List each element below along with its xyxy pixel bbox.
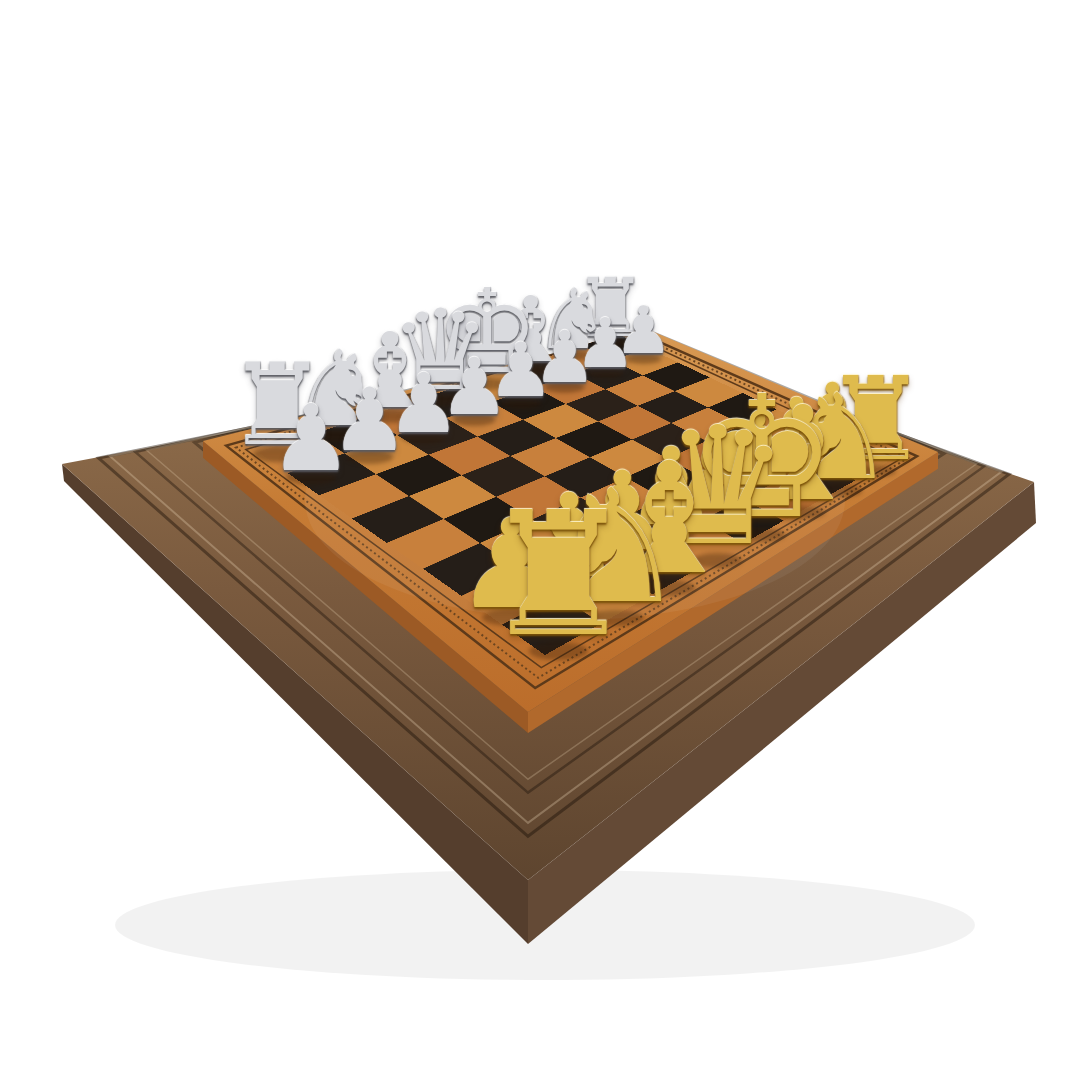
chess-set-photo: ♜♞♝♛♚♝♞♜♟♟♟♟♟♟♟♟♟♟♟♟♟♟♟♟♜♞♝♛♚♝♞♜ (0, 0, 1080, 1080)
